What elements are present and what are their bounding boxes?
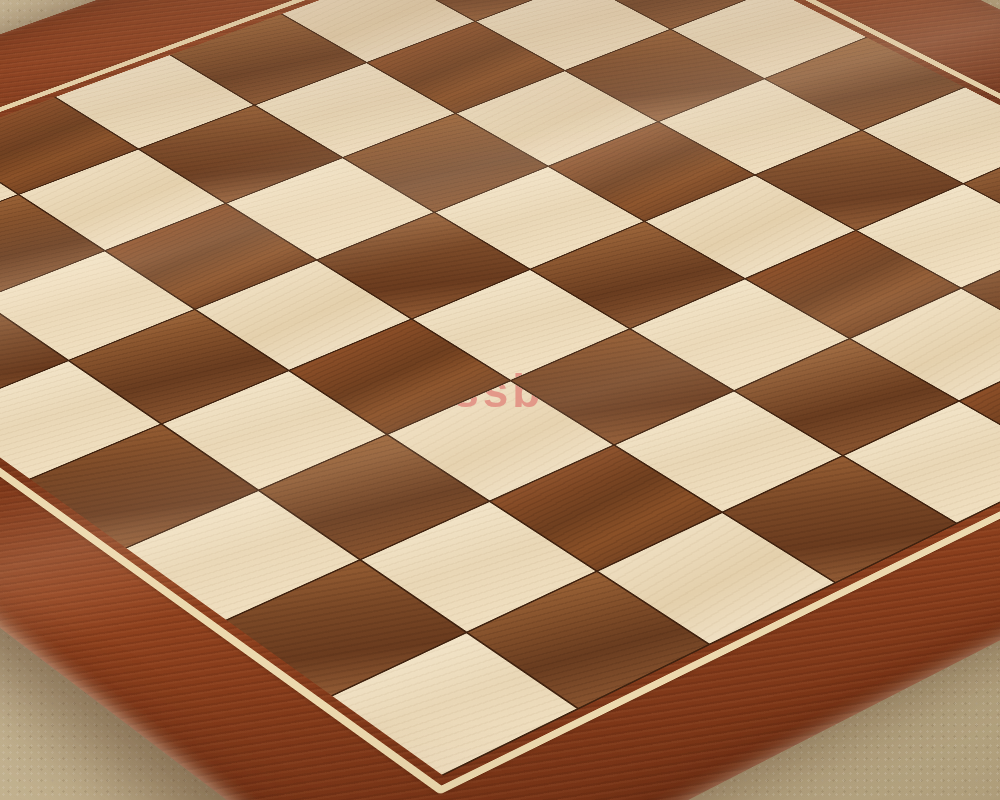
product-photo: chessbazaar: [0, 0, 1000, 800]
maple-inlay-frame: [0, 0, 1000, 794]
playing-field: [0, 0, 1000, 776]
chess-board: [0, 0, 1000, 800]
